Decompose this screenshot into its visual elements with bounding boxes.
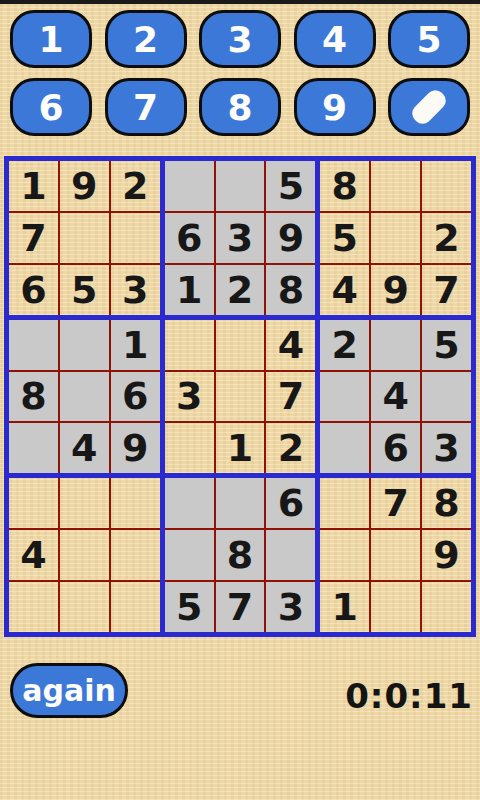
- block-r2c2: 43712: [165, 320, 316, 474]
- cell-r9c3[interactable]: [111, 582, 160, 632]
- cell-r5c1[interactable]: 8: [9, 372, 58, 422]
- block-r1c3: 852497: [320, 161, 471, 315]
- cell-r1c5[interactable]: [216, 161, 265, 211]
- cell-r2c7[interactable]: 5: [320, 213, 369, 263]
- cell-r6c8[interactable]: 6: [371, 423, 420, 473]
- cell-r6c2[interactable]: 4: [60, 423, 109, 473]
- cell-r6c3[interactable]: 9: [111, 423, 160, 473]
- cell-r7c5[interactable]: [216, 478, 265, 528]
- cell-r7c3[interactable]: [111, 478, 160, 528]
- cell-r1c8[interactable]: [371, 161, 420, 211]
- keypad-button-1[interactable]: 1: [10, 10, 92, 68]
- block-r3c1: 4: [9, 478, 160, 632]
- cell-r3c2[interactable]: 5: [60, 265, 109, 315]
- keypad-row-1: 1 2 3 4 5: [0, 10, 480, 68]
- keypad-button-3[interactable]: 3: [199, 10, 281, 68]
- keypad-button-8[interactable]: 8: [199, 78, 281, 136]
- cell-r5c6[interactable]: 7: [266, 372, 315, 422]
- cell-r5c5[interactable]: [216, 372, 265, 422]
- cell-r9c1[interactable]: [9, 582, 58, 632]
- cell-r1c6[interactable]: 5: [266, 161, 315, 211]
- cell-r6c5[interactable]: 1: [216, 423, 265, 473]
- cell-r2c9[interactable]: 2: [422, 213, 471, 263]
- cell-r8c9[interactable]: 9: [422, 530, 471, 580]
- block-r1c2: 5639128: [165, 161, 316, 315]
- keypad-button-2[interactable]: 2: [105, 10, 187, 68]
- cell-r8c3[interactable]: [111, 530, 160, 580]
- cell-r1c3[interactable]: 2: [111, 161, 160, 211]
- block-r3c2: 68573: [165, 478, 316, 632]
- block-r2c1: 18649: [9, 320, 160, 474]
- cell-r5c4[interactable]: 3: [165, 372, 214, 422]
- cell-r3c1[interactable]: 6: [9, 265, 58, 315]
- cell-r5c3[interactable]: 6: [111, 372, 160, 422]
- cell-r7c1[interactable]: [9, 478, 58, 528]
- cell-r4c4[interactable]: [165, 320, 214, 370]
- block-r1c1: 1927653: [9, 161, 160, 315]
- cell-r4c1[interactable]: [9, 320, 58, 370]
- cell-r9c5[interactable]: 7: [216, 582, 265, 632]
- cell-r4c9[interactable]: 5: [422, 320, 471, 370]
- cell-r8c8[interactable]: [371, 530, 420, 580]
- cell-r1c2[interactable]: 9: [60, 161, 109, 211]
- cell-r9c4[interactable]: 5: [165, 582, 214, 632]
- cell-r6c9[interactable]: 3: [422, 423, 471, 473]
- again-button[interactable]: again: [10, 663, 128, 718]
- cell-r2c4[interactable]: 6: [165, 213, 214, 263]
- cell-r7c6[interactable]: 6: [266, 478, 315, 528]
- cell-r4c8[interactable]: [371, 320, 420, 370]
- cell-r2c1[interactable]: 7: [9, 213, 58, 263]
- keypad-button-9[interactable]: 9: [294, 78, 376, 136]
- cell-r1c1[interactable]: 1: [9, 161, 58, 211]
- cell-r7c7[interactable]: [320, 478, 369, 528]
- cell-r6c1[interactable]: [9, 423, 58, 473]
- cell-r8c4[interactable]: [165, 530, 214, 580]
- cell-r4c3[interactable]: 1: [111, 320, 160, 370]
- cell-r6c4[interactable]: [165, 423, 214, 473]
- cell-r9c7[interactable]: 1: [320, 582, 369, 632]
- cell-r2c6[interactable]: 9: [266, 213, 315, 263]
- cell-r4c7[interactable]: 2: [320, 320, 369, 370]
- sudoku-app-screen: 1 2 3 4 5 6 7 8 9 1927653 5639128 852497…: [0, 0, 480, 800]
- status-bar: [0, 0, 480, 4]
- cell-r7c4[interactable]: [165, 478, 214, 528]
- cell-r5c9[interactable]: [422, 372, 471, 422]
- eraser-icon: [408, 86, 449, 127]
- cell-r1c4[interactable]: [165, 161, 214, 211]
- keypad-button-5[interactable]: 5: [388, 10, 470, 68]
- cell-r9c6[interactable]: 3: [266, 582, 315, 632]
- eraser-button[interactable]: [388, 78, 470, 136]
- cell-r9c9[interactable]: [422, 582, 471, 632]
- block-r2c3: 25463: [320, 320, 471, 474]
- keypad-button-4[interactable]: 4: [294, 10, 376, 68]
- keypad-row-2: 6 7 8 9: [0, 78, 480, 136]
- timer: 0:0:11: [345, 676, 473, 716]
- cell-r2c5[interactable]: 3: [216, 213, 265, 263]
- cell-r7c8[interactable]: 7: [371, 478, 420, 528]
- cell-r3c5[interactable]: 2: [216, 265, 265, 315]
- cell-r2c8[interactable]: [371, 213, 420, 263]
- cell-r1c9[interactable]: [422, 161, 471, 211]
- cell-r9c2[interactable]: [60, 582, 109, 632]
- keypad-button-7[interactable]: 7: [105, 78, 187, 136]
- cell-r6c7[interactable]: [320, 423, 369, 473]
- cell-r8c2[interactable]: [60, 530, 109, 580]
- cell-r1c7[interactable]: 8: [320, 161, 369, 211]
- cell-r4c6[interactable]: 4: [266, 320, 315, 370]
- cell-r3c8[interactable]: 9: [371, 265, 420, 315]
- cell-r5c2[interactable]: [60, 372, 109, 422]
- cell-r3c4[interactable]: 1: [165, 265, 214, 315]
- cell-r8c1[interactable]: 4: [9, 530, 58, 580]
- cell-r4c2[interactable]: [60, 320, 109, 370]
- cell-r8c6[interactable]: [266, 530, 315, 580]
- cell-r3c9[interactable]: 7: [422, 265, 471, 315]
- keypad-button-6[interactable]: 6: [10, 78, 92, 136]
- cell-r3c7[interactable]: 4: [320, 265, 369, 315]
- cell-r9c8[interactable]: [371, 582, 420, 632]
- cell-r3c6[interactable]: 8: [266, 265, 315, 315]
- sudoku-board: 1927653 5639128 852497 18649 43712 25463…: [4, 156, 476, 637]
- cell-r4c5[interactable]: [216, 320, 265, 370]
- cell-r5c7[interactable]: [320, 372, 369, 422]
- cell-r7c9[interactable]: 8: [422, 478, 471, 528]
- cell-r7c2[interactable]: [60, 478, 109, 528]
- cell-r3c3[interactable]: 3: [111, 265, 160, 315]
- cell-r2c3[interactable]: [111, 213, 160, 263]
- cell-r6c6[interactable]: 2: [266, 423, 315, 473]
- cell-r8c5[interactable]: 8: [216, 530, 265, 580]
- cell-r8c7[interactable]: [320, 530, 369, 580]
- block-r3c3: 7891: [320, 478, 471, 632]
- cell-r5c8[interactable]: 4: [371, 372, 420, 422]
- cell-r2c2[interactable]: [60, 213, 109, 263]
